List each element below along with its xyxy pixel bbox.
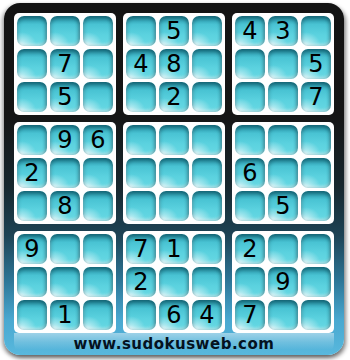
- box-3-3: 297: [232, 231, 334, 333]
- cell-r4c4[interactable]: [126, 125, 156, 155]
- cell-r6c9[interactable]: [301, 191, 331, 221]
- box-2-3: 65: [232, 122, 334, 224]
- cell-r9c3[interactable]: [83, 300, 113, 330]
- cell-r7c6[interactable]: [192, 234, 222, 264]
- cell-r4c3[interactable]: 6: [83, 125, 113, 155]
- cell-r8c7[interactable]: [235, 267, 265, 297]
- cell-r2c9[interactable]: 5: [301, 49, 331, 79]
- cell-r1c6[interactable]: [192, 16, 222, 46]
- cell-r9c4[interactable]: [126, 300, 156, 330]
- cell-r5c7[interactable]: 6: [235, 158, 265, 188]
- cell-r2c2[interactable]: 7: [50, 49, 80, 79]
- box-1-1: 75: [14, 13, 116, 115]
- cell-r5c4[interactable]: [126, 158, 156, 188]
- cell-r7c4[interactable]: 7: [126, 234, 156, 264]
- cell-r7c9[interactable]: [301, 234, 331, 264]
- cell-r5c6[interactable]: [192, 158, 222, 188]
- cell-r9c5[interactable]: 6: [159, 300, 189, 330]
- cell-r1c3[interactable]: [83, 16, 113, 46]
- cell-r6c6[interactable]: [192, 191, 222, 221]
- cell-r7c3[interactable]: [83, 234, 113, 264]
- cell-r7c2[interactable]: [50, 234, 80, 264]
- cell-r6c8[interactable]: 5: [268, 191, 298, 221]
- cell-r2c1[interactable]: [17, 49, 47, 79]
- cell-r6c3[interactable]: [83, 191, 113, 221]
- cell-r9c9[interactable]: [301, 300, 331, 330]
- cell-r6c4[interactable]: [126, 191, 156, 221]
- cell-r8c6[interactable]: [192, 267, 222, 297]
- box-2-1: 9628: [14, 122, 116, 224]
- cell-r5c3[interactable]: [83, 158, 113, 188]
- cell-r2c8[interactable]: [268, 49, 298, 79]
- cell-r1c8[interactable]: 3: [268, 16, 298, 46]
- cell-r2c3[interactable]: [83, 49, 113, 79]
- cell-r3c4[interactable]: [126, 82, 156, 112]
- cell-r7c1[interactable]: 9: [17, 234, 47, 264]
- cell-r5c1[interactable]: 2: [17, 158, 47, 188]
- cell-r1c1[interactable]: [17, 16, 47, 46]
- cell-r6c7[interactable]: [235, 191, 265, 221]
- cell-r2c5[interactable]: 8: [159, 49, 189, 79]
- cell-r8c1[interactable]: [17, 267, 47, 297]
- cell-r8c4[interactable]: 2: [126, 267, 156, 297]
- cell-r9c7[interactable]: 7: [235, 300, 265, 330]
- cell-r4c7[interactable]: [235, 125, 265, 155]
- cell-r4c5[interactable]: [159, 125, 189, 155]
- cell-r9c1[interactable]: [17, 300, 47, 330]
- box-3-1: 91: [14, 231, 116, 333]
- cell-r7c8[interactable]: [268, 234, 298, 264]
- cell-r4c6[interactable]: [192, 125, 222, 155]
- cell-r1c4[interactable]: [126, 16, 156, 46]
- cell-r3c8[interactable]: [268, 82, 298, 112]
- cell-r5c2[interactable]: [50, 158, 80, 188]
- cell-r2c4[interactable]: 4: [126, 49, 156, 79]
- cell-r8c9[interactable]: [301, 267, 331, 297]
- cell-r6c5[interactable]: [159, 191, 189, 221]
- cell-r4c1[interactable]: [17, 125, 47, 155]
- cell-r2c7[interactable]: [235, 49, 265, 79]
- box-2-2: [123, 122, 225, 224]
- cell-r3c3[interactable]: [83, 82, 113, 112]
- cell-r1c5[interactable]: 5: [159, 16, 189, 46]
- cell-r6c2[interactable]: 8: [50, 191, 80, 221]
- cell-r1c7[interactable]: 4: [235, 16, 265, 46]
- cell-r1c9[interactable]: [301, 16, 331, 46]
- sudoku-board: 75548243579628659171264297 www.sudokuswe…: [4, 3, 344, 355]
- cell-r5c9[interactable]: [301, 158, 331, 188]
- cell-r3c2[interactable]: 5: [50, 82, 80, 112]
- cell-r6c1[interactable]: [17, 191, 47, 221]
- cell-r4c2[interactable]: 9: [50, 125, 80, 155]
- cell-r3c1[interactable]: [17, 82, 47, 112]
- box-1-3: 4357: [232, 13, 334, 115]
- cell-r4c9[interactable]: [301, 125, 331, 155]
- site-url-link[interactable]: www.sudokusweb.com: [14, 333, 334, 355]
- box-3-2: 71264: [123, 231, 225, 333]
- sudoku-grid: 75548243579628659171264297: [4, 3, 344, 333]
- cell-r5c8[interactable]: [268, 158, 298, 188]
- cell-r3c5[interactable]: 2: [159, 82, 189, 112]
- cell-r8c3[interactable]: [83, 267, 113, 297]
- cell-r9c8[interactable]: [268, 300, 298, 330]
- cell-r4c8[interactable]: [268, 125, 298, 155]
- cell-r9c6[interactable]: 4: [192, 300, 222, 330]
- cell-r8c8[interactable]: 9: [268, 267, 298, 297]
- cell-r3c6[interactable]: [192, 82, 222, 112]
- cell-r1c2[interactable]: [50, 16, 80, 46]
- cell-r8c2[interactable]: [50, 267, 80, 297]
- cell-r5c5[interactable]: [159, 158, 189, 188]
- cell-r3c9[interactable]: 7: [301, 82, 331, 112]
- cell-r3c7[interactable]: [235, 82, 265, 112]
- cell-r7c7[interactable]: 2: [235, 234, 265, 264]
- cell-r7c5[interactable]: 1: [159, 234, 189, 264]
- cell-r9c2[interactable]: 1: [50, 300, 80, 330]
- box-1-2: 5482: [123, 13, 225, 115]
- cell-r2c6[interactable]: [192, 49, 222, 79]
- cell-r8c5[interactable]: [159, 267, 189, 297]
